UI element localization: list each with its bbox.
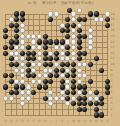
column-label: D bbox=[21, 120, 23, 123]
column-label: A bbox=[4, 120, 6, 123]
column-label: J bbox=[56, 120, 57, 123]
column-label: K bbox=[61, 120, 63, 123]
go-kifu-viewer: 白 胜 第181手 · 古力 白 李世石(中盘胜) ABCDEFGHIJKLMN… bbox=[0, 0, 120, 126]
column-label: R bbox=[101, 120, 103, 123]
column-label: G bbox=[38, 120, 40, 123]
column-label: L bbox=[67, 120, 69, 123]
column-label: I bbox=[50, 120, 51, 123]
column-label: H bbox=[44, 120, 46, 123]
column-label: P bbox=[90, 120, 92, 123]
column-label: Q bbox=[95, 120, 97, 123]
column-label: C bbox=[16, 120, 18, 123]
column-label: F bbox=[33, 120, 35, 123]
column-label: B bbox=[10, 120, 12, 123]
goban-click-area[interactable] bbox=[2, 11, 112, 119]
column-label: N bbox=[78, 120, 80, 123]
column-label: E bbox=[27, 120, 29, 123]
column-label: S bbox=[107, 120, 109, 123]
column-label: O bbox=[84, 120, 86, 123]
column-label: M bbox=[72, 120, 75, 123]
header-result-text: 白 胜 bbox=[28, 2, 37, 6]
header-players-text: 白 李世石(中盘胜) bbox=[63, 2, 93, 6]
